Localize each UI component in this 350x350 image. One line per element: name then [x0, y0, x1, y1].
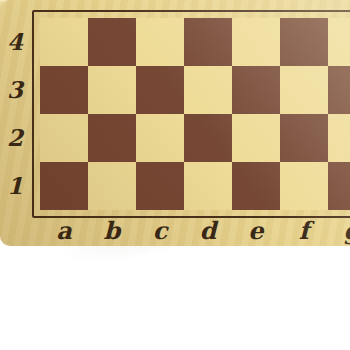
- square-e1: [232, 162, 280, 210]
- square-a3: [40, 66, 88, 114]
- rank-label-left-1: 1: [0, 162, 30, 210]
- square-c4: [136, 18, 184, 66]
- square-e3: [232, 66, 280, 114]
- square-a1: [40, 162, 88, 210]
- square-a2: [40, 114, 88, 162]
- square-d3: [184, 66, 232, 114]
- square-g2: [328, 114, 350, 162]
- file-label-a: a: [40, 218, 88, 246]
- square-b4: [88, 18, 136, 66]
- product-photo-chess-box: 43214321abcdefgh: [0, 0, 350, 350]
- rank-label-left-3: 3: [0, 66, 30, 114]
- rank-label-left-2: 2: [0, 114, 30, 162]
- square-g1: [328, 162, 350, 210]
- file-label-d: d: [184, 218, 232, 246]
- file-label-e: e: [232, 218, 280, 246]
- square-g4: [328, 18, 350, 66]
- square-b2: [88, 114, 136, 162]
- square-d4: [184, 18, 232, 66]
- square-f3: [280, 66, 328, 114]
- square-c2: [136, 114, 184, 162]
- board-top-face: 43214321abcdefgh: [0, 0, 350, 246]
- rank-label-left-4: 4: [0, 18, 30, 66]
- square-b3: [88, 66, 136, 114]
- square-f4: [280, 18, 328, 66]
- square-e2: [232, 114, 280, 162]
- square-f2: [280, 114, 328, 162]
- square-d2: [184, 114, 232, 162]
- board-grid: [40, 18, 350, 210]
- file-label-c: c: [136, 218, 184, 246]
- square-c1: [136, 162, 184, 210]
- square-f1: [280, 162, 328, 210]
- square-d1: [184, 162, 232, 210]
- file-label-g: g: [328, 218, 350, 246]
- square-a4: [40, 18, 88, 66]
- file-label-f: f: [280, 218, 328, 246]
- square-b1: [88, 162, 136, 210]
- file-label-b: b: [88, 218, 136, 246]
- square-e4: [232, 18, 280, 66]
- square-g3: [328, 66, 350, 114]
- square-c3: [136, 66, 184, 114]
